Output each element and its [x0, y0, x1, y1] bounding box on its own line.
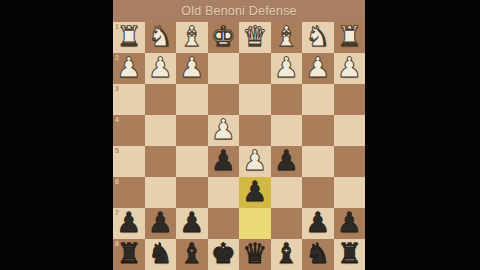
piece-white-knight[interactable]: ♞ [305, 22, 330, 52]
square-c4[interactable] [271, 115, 303, 146]
square-h3[interactable]: 3 [113, 84, 145, 115]
square-f3[interactable] [176, 84, 208, 115]
piece-black-king[interactable]: ♚ [211, 239, 236, 269]
square-h1[interactable]: 1♜ [113, 22, 145, 53]
square-e1[interactable]: ♚ [208, 22, 240, 53]
square-b1[interactable]: ♞ [302, 22, 334, 53]
square-d4[interactable] [239, 115, 271, 146]
page-title: Old Benoni Defense [181, 0, 296, 22]
piece-white-pawn[interactable]: ♟ [337, 53, 362, 83]
piece-white-knight[interactable]: ♞ [148, 22, 173, 52]
square-e2[interactable] [208, 53, 240, 84]
rank-label-5: 5 [115, 147, 119, 155]
square-c3[interactable] [271, 84, 303, 115]
square-h4[interactable]: 4 [113, 115, 145, 146]
rank-label-4: 4 [115, 116, 119, 124]
square-f7[interactable]: ♟ [176, 208, 208, 239]
piece-black-pawn[interactable]: ♟ [116, 208, 141, 238]
square-g4[interactable] [145, 115, 177, 146]
square-b4[interactable] [302, 115, 334, 146]
square-h5[interactable]: 5 [113, 146, 145, 177]
piece-white-queen[interactable]: ♛ [242, 22, 267, 52]
square-e5[interactable]: ♟ [208, 146, 240, 177]
square-g7[interactable]: ♟ [145, 208, 177, 239]
piece-black-rook[interactable]: ♜ [116, 239, 141, 269]
square-a2[interactable]: ♟ [334, 53, 366, 84]
rank-label-3: 3 [115, 85, 119, 93]
piece-black-knight[interactable]: ♞ [305, 239, 330, 269]
square-d5[interactable]: ♟ [239, 146, 271, 177]
square-f8[interactable]: ♝ [176, 239, 208, 270]
piece-white-pawn[interactable]: ♟ [148, 53, 173, 83]
square-b8[interactable]: ♞ [302, 239, 334, 270]
square-h2[interactable]: 2♟ [113, 53, 145, 84]
square-e6[interactable] [208, 177, 240, 208]
square-h7[interactable]: 7♟ [113, 208, 145, 239]
square-f6[interactable] [176, 177, 208, 208]
square-a8[interactable]: ♜ [334, 239, 366, 270]
square-f5[interactable] [176, 146, 208, 177]
square-c6[interactable] [271, 177, 303, 208]
square-g8[interactable]: ♞ [145, 239, 177, 270]
square-d8[interactable]: ♛ [239, 239, 271, 270]
square-b7[interactable]: ♟ [302, 208, 334, 239]
square-a1[interactable]: ♜ [334, 22, 366, 53]
square-h8[interactable]: 8♜ [113, 239, 145, 270]
square-g5[interactable] [145, 146, 177, 177]
piece-white-bishop[interactable]: ♝ [179, 22, 204, 52]
piece-black-pawn[interactable]: ♟ [211, 146, 236, 176]
square-c7[interactable] [271, 208, 303, 239]
square-c5[interactable]: ♟ [271, 146, 303, 177]
piece-black-pawn[interactable]: ♟ [337, 208, 362, 238]
square-d1[interactable]: ♛ [239, 22, 271, 53]
chess-board[interactable]: 1♜♞♝♚♛♝♞♜2♟♟♟♟♟♟34♟5♟♟♟6♟7♟♟♟♟♟8♜♞♝♚♛♝♞♜ [113, 22, 365, 270]
square-c1[interactable]: ♝ [271, 22, 303, 53]
square-a4[interactable] [334, 115, 366, 146]
square-e8[interactable]: ♚ [208, 239, 240, 270]
square-a3[interactable] [334, 84, 366, 115]
square-b3[interactable] [302, 84, 334, 115]
square-c2[interactable]: ♟ [271, 53, 303, 84]
piece-white-pawn[interactable]: ♟ [274, 53, 299, 83]
rank-label-6: 6 [115, 178, 119, 186]
square-b5[interactable] [302, 146, 334, 177]
square-h6[interactable]: 6 [113, 177, 145, 208]
video-letterbox-background: Old Benoni Defense 1♜♞♝♚♛♝♞♜2♟♟♟♟♟♟34♟5♟… [0, 0, 480, 270]
piece-white-rook[interactable]: ♜ [116, 22, 141, 52]
piece-black-rook[interactable]: ♜ [337, 239, 362, 269]
square-b2[interactable]: ♟ [302, 53, 334, 84]
piece-white-pawn[interactable]: ♟ [116, 53, 141, 83]
piece-black-pawn[interactable]: ♟ [179, 208, 204, 238]
square-a5[interactable] [334, 146, 366, 177]
piece-white-rook[interactable]: ♜ [337, 22, 362, 52]
square-d2[interactable] [239, 53, 271, 84]
square-g1[interactable]: ♞ [145, 22, 177, 53]
piece-black-pawn[interactable]: ♟ [148, 208, 173, 238]
square-d3[interactable] [239, 84, 271, 115]
piece-white-pawn[interactable]: ♟ [211, 115, 236, 145]
square-f1[interactable]: ♝ [176, 22, 208, 53]
square-g6[interactable] [145, 177, 177, 208]
piece-white-pawn[interactable]: ♟ [179, 53, 204, 83]
square-e7[interactable] [208, 208, 240, 239]
piece-black-pawn[interactable]: ♟ [274, 146, 299, 176]
piece-white-pawn[interactable]: ♟ [305, 53, 330, 83]
piece-black-bishop[interactable]: ♝ [274, 239, 299, 269]
title-bar: Old Benoni Defense [113, 0, 365, 22]
piece-black-pawn[interactable]: ♟ [305, 208, 330, 238]
square-c8[interactable]: ♝ [271, 239, 303, 270]
square-g2[interactable]: ♟ [145, 53, 177, 84]
piece-white-pawn[interactable]: ♟ [242, 146, 267, 176]
piece-white-bishop[interactable]: ♝ [274, 22, 299, 52]
square-d7[interactable] [239, 208, 271, 239]
square-f4[interactable] [176, 115, 208, 146]
square-g3[interactable] [145, 84, 177, 115]
square-b6[interactable] [302, 177, 334, 208]
square-a6[interactable] [334, 177, 366, 208]
square-a7[interactable]: ♟ [334, 208, 366, 239]
piece-white-king[interactable]: ♚ [211, 22, 236, 52]
square-f2[interactable]: ♟ [176, 53, 208, 84]
piece-black-bishop[interactable]: ♝ [179, 239, 204, 269]
piece-black-queen[interactable]: ♛ [242, 239, 267, 269]
piece-black-knight[interactable]: ♞ [148, 239, 173, 269]
square-e3[interactable] [208, 84, 240, 115]
square-d6[interactable]: ♟ [239, 177, 271, 208]
square-e4[interactable]: ♟ [208, 115, 240, 146]
piece-black-pawn[interactable]: ♟ [242, 177, 267, 207]
